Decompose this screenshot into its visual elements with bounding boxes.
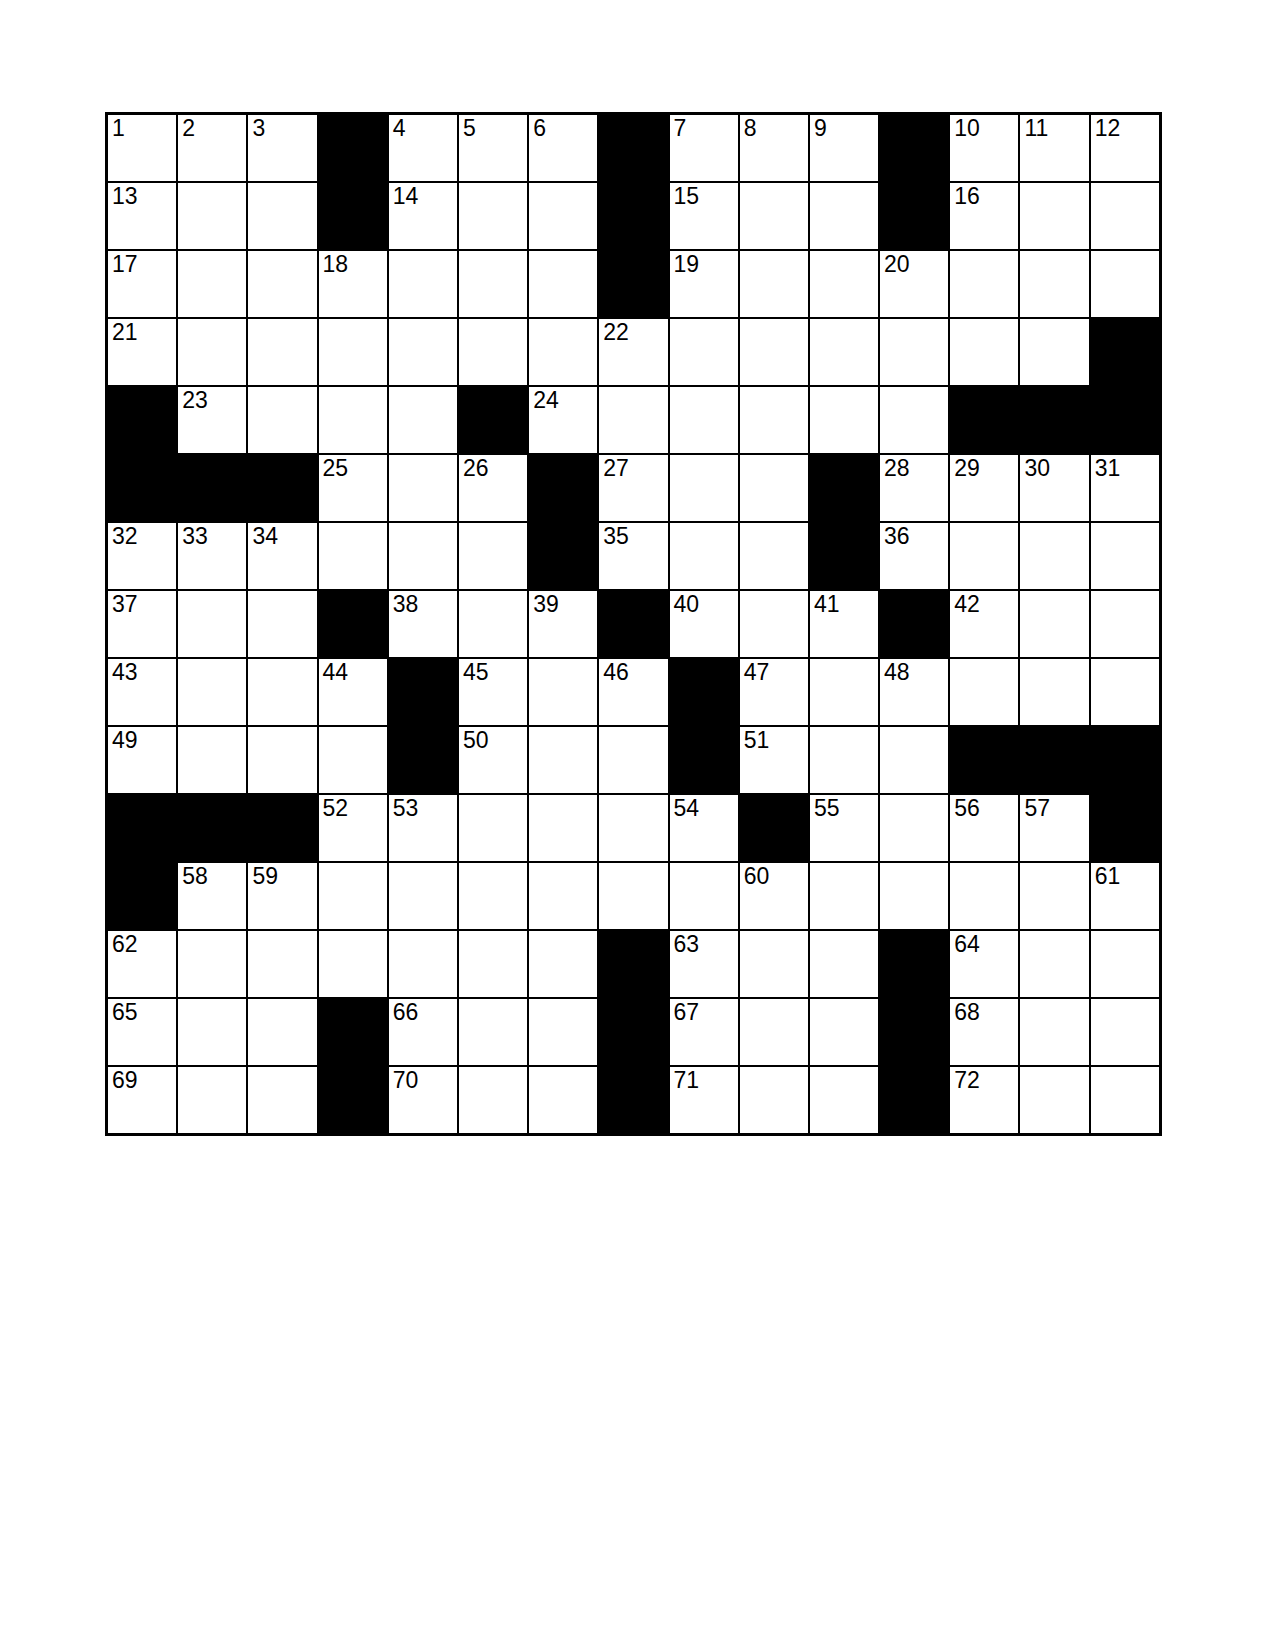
grid-cell[interactable] <box>1091 659 1159 725</box>
grid-cell[interactable] <box>248 999 316 1065</box>
grid-cell[interactable]: 31 <box>1091 455 1159 521</box>
clue-number: 40 <box>674 592 700 617</box>
grid-cell[interactable]: 32 <box>108 523 176 589</box>
black-cell <box>740 795 808 861</box>
grid-cell[interactable] <box>740 1067 808 1133</box>
grid-cell[interactable]: 18 <box>319 251 387 317</box>
grid-cell[interactable] <box>599 387 667 453</box>
black-cell <box>599 1067 667 1133</box>
black-cell <box>1020 727 1088 793</box>
black-cell <box>599 251 667 317</box>
clue-number: 26 <box>463 456 489 481</box>
grid-cell[interactable]: 55 <box>810 795 878 861</box>
grid-cell[interactable] <box>178 319 246 385</box>
clue-number: 70 <box>393 1068 419 1093</box>
clue-number: 17 <box>112 252 138 277</box>
grid-cell[interactable] <box>389 931 457 997</box>
grid-cell[interactable]: 29 <box>950 455 1018 521</box>
grid-cell[interactable] <box>459 795 527 861</box>
clue-number: 30 <box>1024 456 1050 481</box>
grid-cell[interactable] <box>810 999 878 1065</box>
grid-cell[interactable]: 21 <box>108 319 176 385</box>
clue-number: 57 <box>1024 796 1050 821</box>
clue-number: 59 <box>252 864 278 889</box>
clue-number: 39 <box>533 592 559 617</box>
clue-number: 1 <box>112 116 125 141</box>
grid-cell[interactable]: 1 <box>108 115 176 181</box>
grid-cell[interactable]: 24 <box>529 387 597 453</box>
grid-cell[interactable]: 48 <box>880 659 948 725</box>
grid-cell[interactable] <box>810 387 878 453</box>
grid-cell[interactable]: 37 <box>108 591 176 657</box>
clue-number: 20 <box>884 252 910 277</box>
grid-cell[interactable] <box>670 455 738 521</box>
clue-number: 64 <box>954 932 980 957</box>
clue-number: 23 <box>182 388 208 413</box>
black-cell <box>178 795 246 861</box>
black-cell <box>810 455 878 521</box>
clue-number: 52 <box>323 796 349 821</box>
grid-cell[interactable] <box>178 727 246 793</box>
grid-cell[interactable]: 59 <box>248 863 316 929</box>
grid-cell[interactable] <box>319 523 387 589</box>
black-cell <box>880 183 948 249</box>
clue-number: 37 <box>112 592 138 617</box>
grid-cell[interactable]: 45 <box>459 659 527 725</box>
grid-cell[interactable]: 50 <box>459 727 527 793</box>
grid-cell[interactable]: 63 <box>670 931 738 997</box>
clue-number: 47 <box>744 660 770 685</box>
grid-cell[interactable] <box>670 387 738 453</box>
grid-cell[interactable]: 52 <box>319 795 387 861</box>
grid-cell[interactable]: 62 <box>108 931 176 997</box>
clue-number: 67 <box>674 1000 700 1025</box>
grid-cell[interactable]: 36 <box>880 523 948 589</box>
grid-cell[interactable] <box>1091 1067 1159 1133</box>
grid-cell[interactable] <box>1091 999 1159 1065</box>
grid-cell[interactable]: 16 <box>950 183 1018 249</box>
clue-number: 69 <box>112 1068 138 1093</box>
grid-cell[interactable]: 68 <box>950 999 1018 1065</box>
grid-cell[interactable]: 2 <box>178 115 246 181</box>
grid-cell[interactable] <box>740 387 808 453</box>
black-cell <box>1091 387 1159 453</box>
grid-cell[interactable]: 35 <box>599 523 667 589</box>
grid-cell[interactable] <box>810 251 878 317</box>
grid-cell[interactable]: 17 <box>108 251 176 317</box>
black-cell <box>108 455 176 521</box>
grid-cell[interactable] <box>1020 251 1088 317</box>
clue-number: 19 <box>674 252 700 277</box>
clue-number: 53 <box>393 796 419 821</box>
black-cell <box>880 1067 948 1133</box>
grid-cell[interactable] <box>529 183 597 249</box>
grid-cell[interactable] <box>248 1067 316 1133</box>
clue-number: 51 <box>744 728 770 753</box>
clue-number: 9 <box>814 116 827 141</box>
black-cell <box>599 115 667 181</box>
clue-number: 68 <box>954 1000 980 1025</box>
grid-cell[interactable] <box>1091 251 1159 317</box>
grid-cell[interactable]: 57 <box>1020 795 1088 861</box>
grid-cell[interactable] <box>599 727 667 793</box>
clue-number: 28 <box>884 456 910 481</box>
grid-cell[interactable] <box>810 931 878 997</box>
grid-cell[interactable]: 61 <box>1091 863 1159 929</box>
black-cell <box>319 115 387 181</box>
grid-cell[interactable] <box>529 727 597 793</box>
clue-number: 3 <box>252 116 265 141</box>
clue-number: 72 <box>954 1068 980 1093</box>
clue-number: 60 <box>744 864 770 889</box>
black-cell <box>880 591 948 657</box>
clue-number: 46 <box>603 660 629 685</box>
grid-cell[interactable] <box>740 999 808 1065</box>
black-cell <box>670 727 738 793</box>
grid-cell[interactable] <box>740 251 808 317</box>
grid-cell[interactable] <box>459 931 527 997</box>
grid-cell[interactable]: 22 <box>599 319 667 385</box>
grid-cell[interactable]: 34 <box>248 523 316 589</box>
grid-cell[interactable] <box>810 319 878 385</box>
clue-number: 25 <box>323 456 349 481</box>
grid-cell[interactable] <box>389 319 457 385</box>
grid-cell[interactable] <box>880 727 948 793</box>
grid-cell[interactable] <box>880 319 948 385</box>
grid-cell[interactable] <box>810 1067 878 1133</box>
clue-number: 45 <box>463 660 489 685</box>
clue-number: 14 <box>393 184 419 209</box>
grid-cell[interactable]: 54 <box>670 795 738 861</box>
grid-cell[interactable] <box>459 319 527 385</box>
grid-cell[interactable] <box>248 931 316 997</box>
grid-cell[interactable] <box>529 931 597 997</box>
clue-number: 2 <box>182 116 195 141</box>
grid-cell[interactable] <box>178 183 246 249</box>
grid-cell[interactable] <box>1020 999 1088 1065</box>
grid-cell[interactable]: 60 <box>740 863 808 929</box>
grid-cell[interactable]: 27 <box>599 455 667 521</box>
clue-number: 10 <box>954 116 980 141</box>
clue-number: 7 <box>674 116 687 141</box>
grid-cell[interactable] <box>670 863 738 929</box>
grid-cell[interactable] <box>529 1067 597 1133</box>
grid-cell[interactable] <box>740 931 808 997</box>
grid-cell[interactable] <box>319 931 387 997</box>
black-cell <box>1091 319 1159 385</box>
grid-cell[interactable] <box>1020 659 1088 725</box>
black-cell <box>319 999 387 1065</box>
grid-cell[interactable] <box>670 523 738 589</box>
grid-cell[interactable]: 51 <box>740 727 808 793</box>
grid-cell[interactable]: 72 <box>950 1067 1018 1133</box>
clue-number: 50 <box>463 728 489 753</box>
grid-cell[interactable] <box>529 999 597 1065</box>
black-cell <box>389 659 457 725</box>
black-cell <box>108 795 176 861</box>
crossword-grid: 1234567891011121314151617181920212223242… <box>105 112 1162 1136</box>
clue-number: 16 <box>954 184 980 209</box>
clue-number: 18 <box>323 252 349 277</box>
black-cell <box>108 863 176 929</box>
grid-cell[interactable] <box>459 251 527 317</box>
clue-number: 33 <box>182 524 208 549</box>
black-cell <box>108 387 176 453</box>
clue-number: 21 <box>112 320 138 345</box>
grid-cell[interactable] <box>1020 931 1088 997</box>
grid-cell[interactable]: 11 <box>1020 115 1088 181</box>
grid-cell[interactable]: 70 <box>389 1067 457 1133</box>
grid-cell[interactable] <box>1091 183 1159 249</box>
black-cell <box>1091 795 1159 861</box>
black-cell <box>880 999 948 1065</box>
grid-cell[interactable] <box>1020 1067 1088 1133</box>
grid-cell[interactable] <box>319 387 387 453</box>
black-cell <box>810 523 878 589</box>
clue-number: 24 <box>533 388 559 413</box>
grid-cell[interactable] <box>810 659 878 725</box>
grid-cell[interactable] <box>1020 183 1088 249</box>
black-cell <box>459 387 527 453</box>
grid-cell[interactable] <box>740 523 808 589</box>
grid-cell[interactable] <box>389 387 457 453</box>
grid-cell[interactable] <box>740 183 808 249</box>
black-cell <box>599 931 667 997</box>
black-cell <box>599 591 667 657</box>
grid-cell[interactable]: 47 <box>740 659 808 725</box>
grid-cell[interactable]: 44 <box>319 659 387 725</box>
clue-number: 22 <box>603 320 629 345</box>
grid-cell[interactable] <box>950 863 1018 929</box>
grid-cell[interactable]: 13 <box>108 183 176 249</box>
black-cell <box>178 455 246 521</box>
clue-number: 62 <box>112 932 138 957</box>
black-cell <box>599 183 667 249</box>
grid-cell[interactable] <box>740 591 808 657</box>
grid-cell[interactable] <box>599 795 667 861</box>
black-cell <box>319 1067 387 1133</box>
grid-cell[interactable] <box>389 251 457 317</box>
grid-cell[interactable] <box>459 183 527 249</box>
grid-cell[interactable] <box>389 455 457 521</box>
grid-cell[interactable]: 30 <box>1020 455 1088 521</box>
grid-cell[interactable] <box>389 863 457 929</box>
clue-number: 55 <box>814 796 840 821</box>
grid-cell[interactable]: 64 <box>950 931 1018 997</box>
black-cell <box>1020 387 1088 453</box>
grid-cell[interactable]: 7 <box>670 115 738 181</box>
clue-number: 31 <box>1095 456 1121 481</box>
grid-cell[interactable]: 43 <box>108 659 176 725</box>
grid-cell[interactable] <box>319 863 387 929</box>
clue-number: 15 <box>674 184 700 209</box>
black-cell <box>599 999 667 1065</box>
grid-cell[interactable]: 20 <box>880 251 948 317</box>
grid-cell[interactable] <box>389 523 457 589</box>
grid-cell[interactable] <box>248 251 316 317</box>
grid-cell[interactable] <box>950 659 1018 725</box>
grid-cell[interactable] <box>1020 523 1088 589</box>
grid-cell[interactable] <box>810 183 878 249</box>
clue-number: 71 <box>674 1068 700 1093</box>
grid-cell[interactable] <box>880 795 948 861</box>
grid-cell[interactable]: 3 <box>248 115 316 181</box>
grid-cell[interactable] <box>810 863 878 929</box>
clue-number: 65 <box>112 1000 138 1025</box>
black-cell <box>880 931 948 997</box>
grid-cell[interactable]: 46 <box>599 659 667 725</box>
grid-cell[interactable] <box>740 319 808 385</box>
grid-cell[interactable] <box>459 523 527 589</box>
clue-number: 36 <box>884 524 910 549</box>
grid-cell[interactable] <box>248 183 316 249</box>
clue-number: 66 <box>393 1000 419 1025</box>
clue-number: 6 <box>533 116 546 141</box>
grid-cell[interactable] <box>178 999 246 1065</box>
black-cell <box>319 591 387 657</box>
grid-cell[interactable] <box>880 387 948 453</box>
black-cell <box>529 455 597 521</box>
clue-number: 11 <box>1024 116 1048 141</box>
grid-cell[interactable]: 8 <box>740 115 808 181</box>
grid-cell[interactable] <box>950 319 1018 385</box>
clue-number: 41 <box>814 592 840 617</box>
clue-number: 4 <box>393 116 406 141</box>
black-cell <box>1091 727 1159 793</box>
clue-number: 61 <box>1095 864 1121 889</box>
grid-cell[interactable]: 38 <box>389 591 457 657</box>
grid-cell[interactable] <box>248 387 316 453</box>
grid-cell[interactable] <box>880 863 948 929</box>
clue-number: 27 <box>603 456 629 481</box>
grid-cell[interactable]: 40 <box>670 591 738 657</box>
clue-number: 54 <box>674 796 700 821</box>
grid-cell[interactable]: 28 <box>880 455 948 521</box>
grid-cell[interactable]: 19 <box>670 251 738 317</box>
grid-cell[interactable] <box>1020 591 1088 657</box>
grid-cell[interactable] <box>1020 863 1088 929</box>
grid-cell[interactable]: 25 <box>319 455 387 521</box>
clue-number: 34 <box>252 524 278 549</box>
grid-cell[interactable] <box>459 591 527 657</box>
grid-cell[interactable] <box>950 523 1018 589</box>
grid-cell[interactable] <box>529 795 597 861</box>
grid-cell[interactable] <box>529 251 597 317</box>
grid-cell[interactable]: 33 <box>178 523 246 589</box>
clue-number: 5 <box>463 116 476 141</box>
grid-cell[interactable] <box>459 1067 527 1133</box>
clue-number: 38 <box>393 592 419 617</box>
grid-cell[interactable]: 39 <box>529 591 597 657</box>
grid-cell[interactable] <box>1091 523 1159 589</box>
clue-number: 35 <box>603 524 629 549</box>
clue-number: 63 <box>674 932 700 957</box>
black-cell <box>389 727 457 793</box>
black-cell <box>319 183 387 249</box>
grid-cell[interactable] <box>319 319 387 385</box>
grid-cell[interactable]: 42 <box>950 591 1018 657</box>
grid-cell[interactable]: 6 <box>529 115 597 181</box>
grid-cell[interactable] <box>529 659 597 725</box>
grid-cell[interactable]: 14 <box>389 183 457 249</box>
black-cell <box>248 455 316 521</box>
grid-cell[interactable]: 12 <box>1091 115 1159 181</box>
black-cell <box>248 795 316 861</box>
black-cell <box>950 387 1018 453</box>
clue-number: 58 <box>182 864 208 889</box>
clue-number: 48 <box>884 660 910 685</box>
grid-cell[interactable] <box>459 863 527 929</box>
grid-cell[interactable] <box>1091 931 1159 997</box>
grid-cell[interactable] <box>248 591 316 657</box>
grid-cell[interactable]: 67 <box>670 999 738 1065</box>
grid-cell[interactable]: 58 <box>178 863 246 929</box>
clue-number: 13 <box>112 184 138 209</box>
grid-cell[interactable] <box>529 863 597 929</box>
clue-number: 56 <box>954 796 980 821</box>
clue-number: 29 <box>954 456 980 481</box>
clue-number: 12 <box>1095 116 1121 141</box>
clue-number: 42 <box>954 592 980 617</box>
grid-cell[interactable]: 65 <box>108 999 176 1065</box>
grid-cell[interactable] <box>950 251 1018 317</box>
clue-number: 49 <box>112 728 138 753</box>
clue-number: 8 <box>744 116 757 141</box>
grid-cell[interactable] <box>670 319 738 385</box>
black-cell <box>670 659 738 725</box>
black-cell <box>529 523 597 589</box>
grid-cell[interactable] <box>178 659 246 725</box>
black-cell <box>950 727 1018 793</box>
grid-cell[interactable]: 69 <box>108 1067 176 1133</box>
grid-cell[interactable]: 56 <box>950 795 1018 861</box>
grid-cell[interactable]: 49 <box>108 727 176 793</box>
grid-cell[interactable] <box>810 727 878 793</box>
grid-cell[interactable]: 10 <box>950 115 1018 181</box>
grid-cell[interactable]: 23 <box>178 387 246 453</box>
clue-number: 44 <box>323 660 349 685</box>
grid-cell[interactable] <box>248 659 316 725</box>
grid-cell[interactable]: 15 <box>670 183 738 249</box>
grid-cell[interactable]: 26 <box>459 455 527 521</box>
grid-cell[interactable] <box>319 727 387 793</box>
grid-cell[interactable]: 53 <box>389 795 457 861</box>
grid-cell[interactable]: 66 <box>389 999 457 1065</box>
grid-cell[interactable] <box>178 591 246 657</box>
grid-cell[interactable] <box>178 931 246 997</box>
grid-cell[interactable] <box>248 319 316 385</box>
grid-cell[interactable] <box>1091 591 1159 657</box>
grid-cell[interactable]: 4 <box>389 115 457 181</box>
grid-cell[interactable] <box>459 999 527 1065</box>
grid-cell[interactable]: 41 <box>810 591 878 657</box>
grid-cell[interactable]: 71 <box>670 1067 738 1133</box>
grid-cell[interactable] <box>1020 319 1088 385</box>
grid-cell[interactable] <box>178 1067 246 1133</box>
grid-cell[interactable] <box>599 863 667 929</box>
grid-cell[interactable]: 9 <box>810 115 878 181</box>
grid-cell[interactable] <box>740 455 808 521</box>
grid-cell[interactable] <box>529 319 597 385</box>
grid-cell[interactable]: 5 <box>459 115 527 181</box>
grid-cell[interactable] <box>248 727 316 793</box>
black-cell <box>880 115 948 181</box>
clue-number: 32 <box>112 524 138 549</box>
clue-number: 43 <box>112 660 138 685</box>
grid-cell[interactable] <box>178 251 246 317</box>
